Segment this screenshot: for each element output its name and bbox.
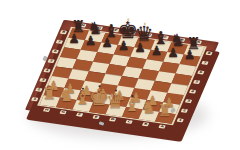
- file-label: C: [161, 35, 168, 39]
- rank-label: 7: [56, 39, 63, 43]
- rank-label: 4: [189, 89, 196, 93]
- file-label: H: [42, 108, 49, 112]
- rank-label: 7: [201, 60, 208, 64]
- file-label: B: [178, 38, 185, 42]
- file-label: G: [95, 26, 102, 30]
- file-label: F: [75, 113, 82, 117]
- file-label: F: [112, 28, 119, 32]
- file-label: C: [125, 120, 132, 124]
- file-label: H: [79, 23, 86, 27]
- rank-label: 8: [60, 30, 67, 34]
- rank-label: 6: [197, 70, 204, 74]
- chess-board: HGFEDCBA HGFEDCBA 87654321 87654321 ♜♞♝♚…: [25, 20, 219, 132]
- rank-label: 5: [48, 59, 55, 63]
- rank-label: 1: [177, 118, 184, 122]
- rank-label: 5: [193, 80, 200, 84]
- file-label: A: [194, 40, 201, 44]
- rank-label: 6: [52, 49, 59, 53]
- rank-label: 3: [185, 99, 192, 103]
- rank-label: 8: [206, 51, 213, 55]
- square: ♜: [155, 112, 176, 124]
- file-label: D: [145, 33, 152, 37]
- file-label: D: [108, 117, 115, 121]
- product-photo-scene: HGFEDCBA HGFEDCBA 87654321 87654321 ♜♞♝♚…: [0, 0, 240, 150]
- file-label: A: [158, 124, 165, 128]
- file-label: B: [141, 122, 148, 126]
- rank-label: 3: [39, 78, 46, 82]
- file-label: G: [59, 110, 66, 114]
- file-label: E: [92, 115, 99, 119]
- rank-label: 1: [31, 97, 38, 101]
- rank-label: 2: [181, 108, 188, 112]
- rank-label: 2: [35, 87, 42, 91]
- file-label: E: [128, 30, 135, 34]
- rank-label: 4: [44, 68, 51, 72]
